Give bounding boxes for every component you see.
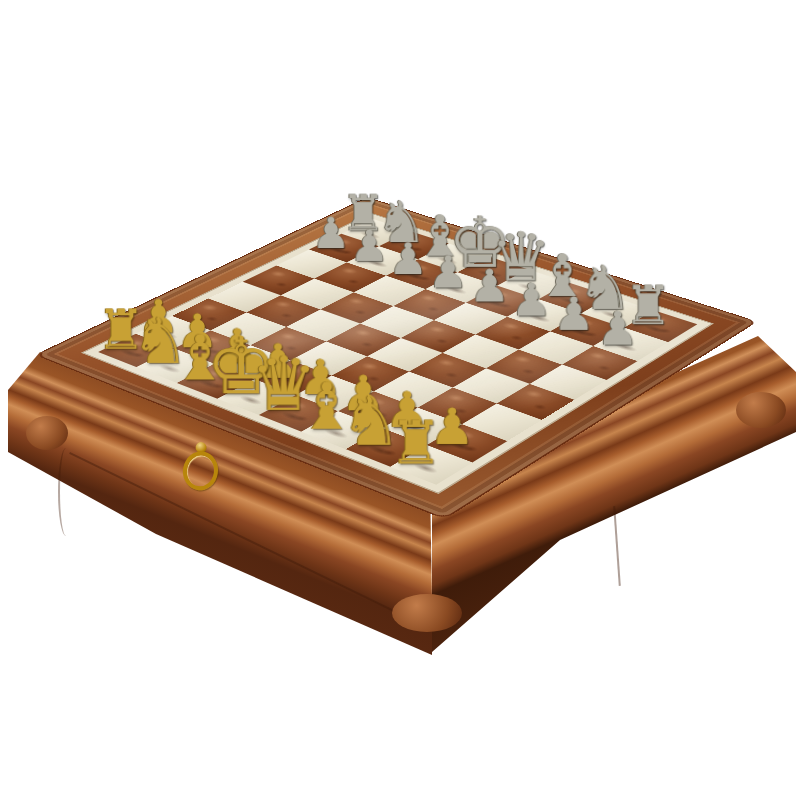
piece-silver-pawn[interactable]: ♟ bbox=[312, 211, 351, 254]
piece-silver-pawn[interactable]: ♟ bbox=[429, 250, 469, 294]
board-wood-frame: ♜♞♝♚♛♝♞♜♟♟♟♟♟♟♟♟♟♟♟♟♟♟♟♟♜♞♝♚♛♝♞♜ bbox=[38, 198, 755, 518]
piece-silver-pawn[interactable]: ♟ bbox=[554, 291, 595, 337]
piece-silver-pawn[interactable]: ♟ bbox=[511, 277, 552, 322]
piece-silver-pawn[interactable]: ♟ bbox=[470, 263, 510, 308]
piece-silver-pawn[interactable]: ♟ bbox=[597, 305, 639, 351]
board-scene: ♜♞♝♚♛♝♞♜♟♟♟♟♟♟♟♟♟♟♟♟♟♟♟♟♜♞♝♚♛♝♞♜ bbox=[0, 0, 800, 800]
product-photo: ♜♞♝♚♛♝♞♜♟♟♟♟♟♟♟♟♟♟♟♟♟♟♟♟♜♞♝♚♛♝♞♜ bbox=[0, 0, 800, 800]
piece-silver-pawn[interactable]: ♟ bbox=[350, 224, 389, 267]
piece-silver-pawn[interactable]: ♟ bbox=[389, 237, 428, 281]
piece-gold-rook[interactable]: ♜ bbox=[390, 414, 444, 474]
board-top: ♜♞♝♚♛♝♞♜♟♟♟♟♟♟♟♟♟♟♟♟♟♟♟♟♜♞♝♚♛♝♞♜ bbox=[38, 198, 755, 518]
chessboard: ♜♞♝♚♛♝♞♜♟♟♟♟♟♟♟♟♟♟♟♟♟♟♟♟♜♞♝♚♛♝♞♜ bbox=[98, 219, 697, 485]
